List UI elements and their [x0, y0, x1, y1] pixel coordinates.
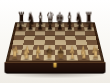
white-rook: ♜: [11, 48, 18, 61]
black-pawn: ♟: [27, 22, 33, 31]
black-pawn: ♟: [57, 22, 63, 31]
square-b1: ♞: [20, 55, 32, 61]
white-bishop: ♝: [69, 48, 76, 61]
black-pawn: ♟: [77, 22, 83, 31]
white-queen: ♛: [46, 48, 53, 61]
square-e1: ♚: [55, 55, 67, 61]
square-h1: ♜: [89, 55, 102, 61]
white-king: ♚: [57, 48, 64, 61]
box-front-panel: [5, 62, 106, 74]
square-d1: ♛: [43, 55, 55, 61]
white-knight: ♞: [80, 48, 87, 61]
white-knight: ♞: [23, 48, 30, 61]
black-pawn: ♟: [47, 22, 53, 31]
square-g1: ♞: [77, 55, 89, 61]
black-pawn: ♟: [86, 22, 92, 31]
black-pawn: ♟: [67, 22, 73, 31]
white-rook: ♜: [92, 48, 99, 61]
square-f1: ♝: [66, 55, 78, 61]
white-bishop: ♝: [34, 48, 41, 61]
photo-viewport: ♜♞♝♛♚♝♞♜♟♟♟♟♟♟♟♟♟♟♟♟♟♟♟♟♜♞♝♛♚♝♞♜: [0, 0, 110, 83]
square-c1: ♝: [32, 55, 44, 61]
black-pawn: ♟: [37, 22, 43, 31]
black-pawn: ♟: [18, 22, 24, 31]
chess-board: ♜♞♝♛♚♝♞♜♟♟♟♟♟♟♟♟♟♟♟♟♟♟♟♟♜♞♝♛♚♝♞♜: [6, 22, 105, 62]
brass-clasp-icon: [53, 63, 56, 68]
scene: ♜♞♝♛♚♝♞♜♟♟♟♟♟♟♟♟♟♟♟♟♟♟♟♟♜♞♝♛♚♝♞♜: [0, 0, 110, 83]
